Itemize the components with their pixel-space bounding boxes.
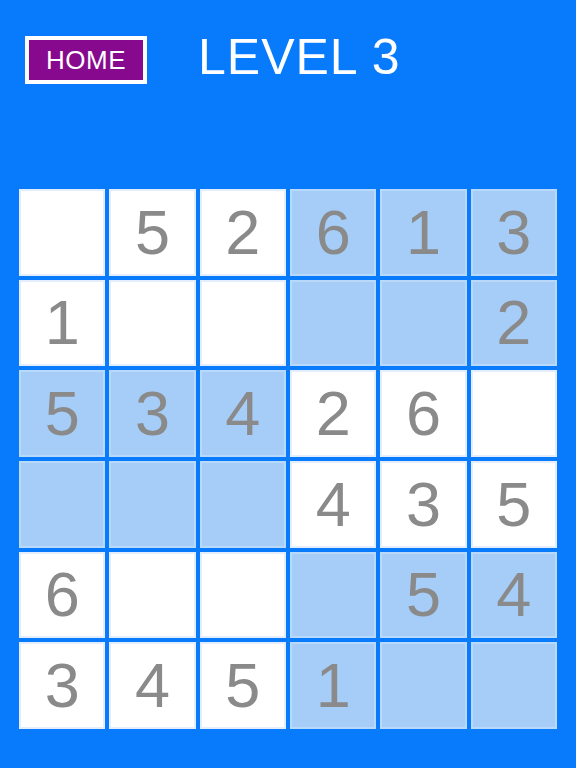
home-button[interactable]: HOME	[25, 36, 147, 84]
cell-r3c5[interactable]: 6	[380, 370, 466, 457]
cell-r2c4[interactable]	[290, 280, 376, 367]
cell-r2c1[interactable]: 1	[19, 280, 105, 367]
cell-r2c5[interactable]	[380, 280, 466, 367]
cell-r3c4[interactable]: 2	[290, 370, 376, 457]
cell-r4c4[interactable]: 4	[290, 461, 376, 548]
cell-r3c6[interactable]	[471, 370, 557, 457]
cell-r3c1[interactable]: 5	[19, 370, 105, 457]
cell-r5c2[interactable]	[109, 552, 195, 639]
cell-r5c4[interactable]	[290, 552, 376, 639]
cell-r6c1[interactable]: 3	[19, 642, 105, 729]
cell-r1c5[interactable]: 1	[380, 189, 466, 276]
page-title: LEVEL 3	[198, 29, 401, 85]
cell-r6c6[interactable]	[471, 642, 557, 729]
cell-r3c2[interactable]: 3	[109, 370, 195, 457]
cell-r1c4[interactable]: 6	[290, 189, 376, 276]
cell-r1c3[interactable]: 2	[200, 189, 286, 276]
cell-r4c5[interactable]: 3	[380, 461, 466, 548]
cell-r4c2[interactable]	[109, 461, 195, 548]
cell-r5c6[interactable]: 4	[471, 552, 557, 639]
cell-r2c6[interactable]: 2	[471, 280, 557, 367]
cell-r2c3[interactable]	[200, 280, 286, 367]
cell-r4c3[interactable]	[200, 461, 286, 548]
cell-r4c6[interactable]: 5	[471, 461, 557, 548]
cell-r5c3[interactable]	[200, 552, 286, 639]
cell-r5c5[interactable]: 5	[380, 552, 466, 639]
cell-r1c1[interactable]	[19, 189, 105, 276]
cell-r1c6[interactable]: 3	[471, 189, 557, 276]
cell-r6c5[interactable]	[380, 642, 466, 729]
cell-r2c2[interactable]	[109, 280, 195, 367]
cell-r1c2[interactable]: 5	[109, 189, 195, 276]
cell-r6c3[interactable]: 5	[200, 642, 286, 729]
cell-r4c1[interactable]	[19, 461, 105, 548]
header: HOME LEVEL 3	[0, 0, 576, 120]
cell-r5c1[interactable]: 6	[19, 552, 105, 639]
cell-r6c4[interactable]: 1	[290, 642, 376, 729]
home-button-label: HOME	[46, 45, 126, 76]
cell-r6c2[interactable]: 4	[109, 642, 195, 729]
cell-r3c3[interactable]: 4	[200, 370, 286, 457]
sudoku-grid: 5261312534264356543451	[19, 189, 557, 729]
